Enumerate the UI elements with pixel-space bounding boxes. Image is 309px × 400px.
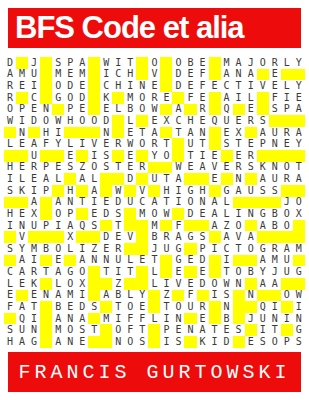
grid-cell: O — [64, 324, 76, 336]
grid-cell: O — [52, 80, 64, 92]
grid-cell: O — [40, 115, 52, 127]
grid-cell: T — [160, 173, 172, 185]
grid-cell: M — [148, 220, 160, 232]
grid-cell-block — [184, 313, 196, 325]
grid-cell: E — [148, 80, 160, 92]
grid-cell: U — [257, 313, 269, 325]
grid-cell: O — [136, 104, 148, 116]
grid-cell: L — [16, 173, 28, 185]
grid-cell: R — [281, 173, 293, 185]
grid-cell: I — [293, 301, 305, 313]
grid-cell: I — [4, 173, 16, 185]
grid-cell: I — [112, 57, 124, 69]
grid-cell: S — [136, 336, 148, 348]
grid-cell: E — [221, 324, 233, 336]
grid-cell-block — [100, 220, 112, 232]
grid-cell: K — [197, 336, 209, 348]
grid-cell: E — [16, 162, 28, 174]
grid-cell: O — [124, 336, 136, 348]
grid-cell-block — [148, 301, 160, 313]
grid-cell: J — [28, 57, 40, 69]
grid-cell: I — [281, 92, 293, 104]
grid-cell-block — [245, 255, 257, 267]
grid-cell: A — [16, 266, 28, 278]
grid-cell: M — [76, 69, 88, 81]
grid-cell: E — [76, 336, 88, 348]
grid-cell: N — [269, 162, 281, 174]
grid-cell: W — [112, 185, 124, 197]
grid-cell: L — [88, 173, 100, 185]
grid-cell: J — [245, 57, 257, 69]
grid-cell: A — [257, 127, 269, 139]
grid-cell: C — [100, 80, 112, 92]
grid-cell: H — [4, 208, 16, 220]
grid-cell: O — [52, 208, 64, 220]
grid-cell: H — [112, 80, 124, 92]
grid-cell: L — [221, 208, 233, 220]
grid-cell: L — [4, 278, 16, 290]
grid-cell: O — [52, 243, 64, 255]
grid-cell-block — [269, 290, 281, 302]
grid-cell: Y — [148, 150, 160, 162]
grid-cell: I — [209, 243, 221, 255]
grid-cell-block — [124, 278, 136, 290]
grid-cell: E — [64, 150, 76, 162]
grid-cell: A — [76, 173, 88, 185]
grid-cell: W — [221, 278, 233, 290]
grid-cell-block — [269, 150, 281, 162]
grid-cell: S — [257, 115, 269, 127]
grid-cell-block — [257, 104, 269, 116]
grid-cell: G — [293, 324, 305, 336]
grid-cell-block — [257, 92, 269, 104]
grid-cell: C — [4, 266, 16, 278]
grid-cell-block — [16, 150, 28, 162]
grid-cell-block — [160, 162, 172, 174]
grid-cell: U — [281, 266, 293, 278]
grid-cell: Y — [293, 57, 305, 69]
grid-cell-block — [76, 150, 88, 162]
grid-cell: I — [52, 127, 64, 139]
grid-cell: B — [40, 243, 52, 255]
grid-cell: F — [184, 290, 196, 302]
grid-cell: E — [100, 197, 112, 209]
grid-cell: O — [160, 150, 172, 162]
grid-cell-block — [136, 115, 148, 127]
grid-cell: V — [257, 80, 269, 92]
grid-cell: A — [64, 220, 76, 232]
grid-cell: U — [148, 173, 160, 185]
grid-cell-block — [233, 313, 245, 325]
grid-cell: L — [52, 278, 64, 290]
grid-cell: L — [64, 138, 76, 150]
grid-cell-block — [209, 255, 221, 267]
grid-cell-block — [4, 231, 16, 243]
grid-cell: B — [52, 301, 64, 313]
grid-cell: N — [28, 324, 40, 336]
grid-cell: S — [257, 336, 269, 348]
grid-cell-block — [4, 197, 16, 209]
grid-cell: S — [293, 336, 305, 348]
grid-cell-block — [100, 278, 112, 290]
grid-cell: E — [172, 324, 184, 336]
grid-cell: R — [112, 138, 124, 150]
grid-cell: A — [76, 57, 88, 69]
grid-cell: E — [172, 266, 184, 278]
grid-cell-block — [257, 231, 269, 243]
grid-cell: I — [4, 220, 16, 232]
grid-cell: T — [209, 324, 221, 336]
grid-cell: T — [233, 138, 245, 150]
grid-cell-block — [100, 173, 112, 185]
grid-cell: S — [4, 185, 16, 197]
grid-cell: L — [124, 255, 136, 267]
grid-cell-block — [257, 150, 269, 162]
grid-cell: L — [148, 278, 160, 290]
grid-cell: E — [16, 278, 28, 290]
grid-cell: G — [64, 266, 76, 278]
grid-cell: O — [64, 92, 76, 104]
grid-cell-block — [281, 231, 293, 243]
grid-cell: T — [233, 243, 245, 255]
grid-cell: E — [16, 138, 28, 150]
grid-cell: R — [136, 162, 148, 174]
grid-cell: O — [136, 138, 148, 150]
grid-cell: A — [148, 197, 160, 209]
grid-cell: R — [197, 301, 209, 313]
grid-cell: D — [4, 57, 16, 69]
grid-cell: A — [16, 301, 28, 313]
grid-cell: G — [172, 243, 184, 255]
grid-cell: U — [16, 324, 28, 336]
grid-cell: T — [76, 197, 88, 209]
grid-cell: R — [148, 138, 160, 150]
grid-cell-block — [257, 197, 269, 209]
grid-cell-block — [172, 150, 184, 162]
grid-cell: U — [184, 138, 196, 150]
grid-cell: C — [221, 243, 233, 255]
grid-cell: I — [88, 150, 100, 162]
grid-cell: V — [88, 138, 100, 150]
grid-cell: A — [76, 313, 88, 325]
grid-cell: B — [245, 266, 257, 278]
grid-cell: A — [293, 127, 305, 139]
grid-cell: T — [172, 127, 184, 139]
grid-cell: P — [281, 104, 293, 116]
grid-cell: F — [40, 138, 52, 150]
grid-cell: O — [76, 266, 88, 278]
grid-cell: I — [257, 324, 269, 336]
grid-cell: I — [233, 208, 245, 220]
grid-cell-block — [112, 127, 124, 139]
grid-cell: T — [148, 255, 160, 267]
grid-cell: R — [28, 266, 40, 278]
grid-cell: R — [4, 80, 16, 92]
grid-cell-block — [40, 255, 52, 267]
grid-cell: H — [4, 162, 16, 174]
grid-cell-block — [136, 173, 148, 185]
grid-cell: H — [184, 115, 196, 127]
grid-cell: E — [221, 162, 233, 174]
grid-cell: I — [269, 301, 281, 313]
grid-cell: F — [124, 324, 136, 336]
grid-cell: B — [269, 220, 281, 232]
grid-cell: U — [28, 220, 40, 232]
grid-cell: L — [148, 313, 160, 325]
grid-cell: Y — [257, 266, 269, 278]
grid-cell: A — [184, 127, 196, 139]
grid-cell-block — [40, 57, 52, 69]
grid-cell: A — [28, 138, 40, 150]
grid-cell: A — [52, 336, 64, 348]
grid-cell-block — [16, 57, 28, 69]
grid-cell: I — [76, 290, 88, 302]
grid-cell: W — [172, 162, 184, 174]
letter-grid: DJSPAWITOOBEMAJORLYAMUMEMICHVDEFANAEREIO… — [4, 57, 305, 348]
grid-cell-block — [88, 127, 100, 139]
grid-cell: T — [112, 220, 124, 232]
grid-cell: D — [100, 231, 112, 243]
grid-cell: R — [4, 92, 16, 104]
grid-cell: N — [64, 336, 76, 348]
grid-cell: A — [40, 173, 52, 185]
grid-cell: U — [112, 255, 124, 267]
grid-cell: O — [245, 243, 257, 255]
grid-cell-block — [88, 313, 100, 325]
grid-cell-block — [4, 150, 16, 162]
grid-cell-block — [40, 69, 52, 81]
grid-cell: S — [76, 324, 88, 336]
grid-cell-block — [172, 290, 184, 302]
grid-cell: A — [148, 127, 160, 139]
grid-cell-block — [40, 92, 52, 104]
grid-cell-block — [293, 255, 305, 267]
grid-cell: A — [281, 243, 293, 255]
grid-cell: A — [197, 162, 209, 174]
grid-cell: X — [293, 208, 305, 220]
grid-cell: O — [233, 220, 245, 232]
grid-cell: G — [52, 92, 64, 104]
grid-cell: Y — [293, 138, 305, 150]
grid-cell: R — [281, 127, 293, 139]
grid-cell: U — [124, 197, 136, 209]
grid-cell: E — [88, 208, 100, 220]
grid-cell-block — [245, 278, 257, 290]
grid-cell: O — [257, 57, 269, 69]
grid-cell: I — [52, 220, 64, 232]
grid-cell-block — [100, 336, 112, 348]
grid-cell: U — [28, 69, 40, 81]
grid-cell-block — [4, 255, 16, 267]
grid-cell: O — [136, 92, 148, 104]
grid-cell-block — [28, 231, 40, 243]
grid-cell: H — [64, 115, 76, 127]
grid-cell: E — [100, 243, 112, 255]
grid-cell: S — [172, 336, 184, 348]
grid-cell: Y — [136, 290, 148, 302]
grid-cell: S — [112, 208, 124, 220]
grid-cell: T — [40, 266, 52, 278]
grid-cell-block — [76, 208, 88, 220]
grid-cell-block — [281, 115, 293, 127]
grid-cell: T — [124, 266, 136, 278]
grid-cell: G — [172, 255, 184, 267]
grid-cell-block — [209, 231, 221, 243]
grid-cell: D — [124, 173, 136, 185]
grid-cell-block — [112, 150, 124, 162]
grid-cell: N — [64, 197, 76, 209]
grid-cell: I — [28, 185, 40, 197]
grid-cell: N — [16, 127, 28, 139]
grid-cell-block — [245, 220, 257, 232]
grid-cell: N — [269, 138, 281, 150]
grid-cell-block — [100, 301, 112, 313]
grid-cell: E — [221, 127, 233, 139]
grid-cell-block — [4, 313, 16, 325]
grid-cell: E — [124, 127, 136, 139]
grid-cell-block — [112, 173, 124, 185]
grid-cell: Q — [209, 115, 221, 127]
grid-cell: B — [148, 231, 160, 243]
grid-cell: U — [221, 115, 233, 127]
grid-cell: E — [16, 208, 28, 220]
grid-cell-block — [209, 92, 221, 104]
grid-cell: G — [221, 185, 233, 197]
grid-cell: S — [269, 104, 281, 116]
grid-cell-block — [148, 162, 160, 174]
grid-cell-block — [184, 336, 196, 348]
grid-cell: M — [28, 243, 40, 255]
grid-cell: K — [16, 185, 28, 197]
grid-cell: E — [269, 69, 281, 81]
grid-cell: D — [112, 197, 124, 209]
grid-cell: I — [209, 336, 221, 348]
grid-cell: R — [245, 150, 257, 162]
grid-cell: T — [136, 127, 148, 139]
grid-cell-block — [40, 324, 52, 336]
grid-cell: F — [269, 92, 281, 104]
grid-cell: E — [184, 80, 196, 92]
grid-cell: U — [184, 301, 196, 313]
grid-cell-block — [88, 69, 100, 81]
grid-cell: M — [136, 208, 148, 220]
grid-cell: J — [281, 197, 293, 209]
grid-cell: E — [245, 336, 257, 348]
grid-cell: E — [197, 92, 209, 104]
grid-cell: F — [197, 69, 209, 81]
grid-cell-block — [136, 278, 148, 290]
grid-cell: T — [293, 162, 305, 174]
grid-cell: A — [209, 220, 221, 232]
grid-cell: I — [172, 185, 184, 197]
grid-cell: J — [245, 313, 257, 325]
grid-cell-block — [197, 220, 209, 232]
grid-cell: K — [100, 92, 112, 104]
grid-cell: O — [148, 57, 160, 69]
grid-cell: F — [124, 313, 136, 325]
grid-cell: U — [281, 255, 293, 267]
grid-cell-block — [88, 231, 100, 243]
grid-cell-block — [172, 208, 184, 220]
grid-cell: R — [269, 57, 281, 69]
grid-cell-block — [160, 104, 172, 116]
grid-cell: M — [293, 243, 305, 255]
grid-cell: E — [209, 173, 221, 185]
grid-cell: K — [28, 278, 40, 290]
grid-cell: A — [28, 197, 40, 209]
grid-cell: E — [184, 162, 196, 174]
grid-cell: W — [293, 290, 305, 302]
grid-cell-block — [233, 104, 245, 116]
grid-cell-block — [148, 290, 160, 302]
grid-cell: A — [221, 231, 233, 243]
grid-cell-block — [40, 313, 52, 325]
grid-cell: O — [172, 57, 184, 69]
grid-cell: P — [257, 138, 269, 150]
grid-cell-block — [269, 197, 281, 209]
grid-cell: T — [197, 138, 209, 150]
grid-cell: N — [40, 290, 52, 302]
grid-cell: E — [197, 57, 209, 69]
grid-cell: V — [148, 69, 160, 81]
grid-cell: S — [88, 301, 100, 313]
grid-cell: I — [28, 313, 40, 325]
grid-cell: R — [160, 231, 172, 243]
grid-cell: L — [64, 243, 76, 255]
grid-cell-block — [136, 231, 148, 243]
grid-cell: E — [197, 313, 209, 325]
grid-cell-block — [245, 197, 257, 209]
grid-cell: B — [221, 313, 233, 325]
grid-cell-block — [184, 243, 196, 255]
grid-cell-block — [184, 173, 196, 185]
grid-cell: W — [160, 208, 172, 220]
grid-cell-block — [124, 243, 136, 255]
title-banner: BFS Code et alia — [8, 8, 301, 48]
grid-cell: O — [112, 324, 124, 336]
grid-cell: N — [16, 220, 28, 232]
grid-cell-block — [40, 278, 52, 290]
grid-cell: A — [100, 290, 112, 302]
grid-cell: E — [52, 162, 64, 174]
grid-cell: I — [160, 336, 172, 348]
grid-cell: I — [281, 313, 293, 325]
grid-cell: D — [76, 92, 88, 104]
grid-cell: V — [172, 278, 184, 290]
grid-cell: A — [233, 185, 245, 197]
grid-cell: B — [112, 290, 124, 302]
grid-cell: E — [100, 104, 112, 116]
grid-cell: L — [281, 80, 293, 92]
grid-cell: E — [209, 80, 221, 92]
grid-cell-block — [184, 220, 196, 232]
grid-cell: O — [88, 162, 100, 174]
grid-cell: I — [112, 266, 124, 278]
grid-cell: I — [160, 278, 172, 290]
grid-cell-block — [88, 278, 100, 290]
grid-cell: W — [52, 115, 64, 127]
grid-cell: Z — [221, 220, 233, 232]
grid-cell: A — [257, 220, 269, 232]
grid-cell: E — [245, 104, 257, 116]
grid-cell: T — [28, 301, 40, 313]
grid-cell: S — [4, 243, 16, 255]
grid-cell: T — [136, 324, 148, 336]
grid-cell: I — [160, 313, 172, 325]
grid-cell: E — [233, 150, 245, 162]
grid-cell-block — [136, 150, 148, 162]
grid-cell: L — [245, 92, 257, 104]
